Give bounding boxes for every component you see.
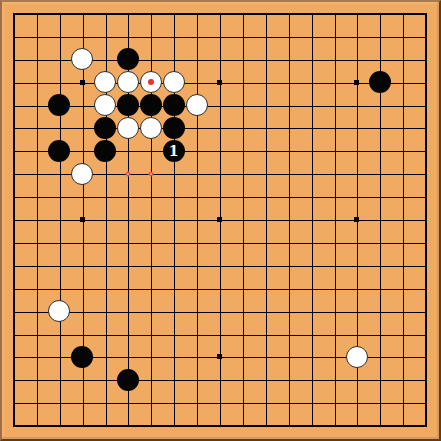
star-point bbox=[354, 217, 359, 222]
black-stone bbox=[71, 346, 93, 368]
black-stone: 1 bbox=[163, 140, 185, 162]
star-point bbox=[217, 217, 222, 222]
white-stone bbox=[117, 71, 139, 93]
black-stone bbox=[163, 94, 185, 116]
white-stone bbox=[140, 71, 162, 93]
star-point bbox=[217, 80, 222, 85]
white-stone bbox=[71, 163, 93, 185]
move-number-label: 1 bbox=[169, 144, 179, 158]
goban-grid: 1 bbox=[2, 2, 437, 437]
black-stone bbox=[94, 140, 116, 162]
white-stone bbox=[186, 94, 208, 116]
black-stone bbox=[117, 48, 139, 70]
black-stone bbox=[117, 369, 139, 391]
black-stone bbox=[163, 117, 185, 139]
white-stone bbox=[117, 117, 139, 139]
white-stone bbox=[94, 94, 116, 116]
black-stone bbox=[369, 71, 391, 93]
diamond-marker bbox=[148, 171, 154, 177]
go-board: 1 bbox=[0, 0, 441, 441]
white-stone bbox=[163, 71, 185, 93]
white-stone bbox=[71, 48, 93, 70]
black-stone bbox=[117, 94, 139, 116]
black-stone bbox=[48, 140, 70, 162]
star-point bbox=[80, 80, 85, 85]
white-stone bbox=[94, 71, 116, 93]
star-point bbox=[80, 217, 85, 222]
white-stone bbox=[140, 117, 162, 139]
star-point bbox=[217, 354, 222, 359]
circle-marker bbox=[148, 79, 154, 85]
star-point bbox=[354, 80, 359, 85]
black-stone bbox=[94, 117, 116, 139]
black-stone bbox=[140, 94, 162, 116]
white-stone bbox=[346, 346, 368, 368]
white-stone bbox=[48, 300, 70, 322]
diamond-marker bbox=[125, 171, 131, 177]
black-stone bbox=[48, 94, 70, 116]
